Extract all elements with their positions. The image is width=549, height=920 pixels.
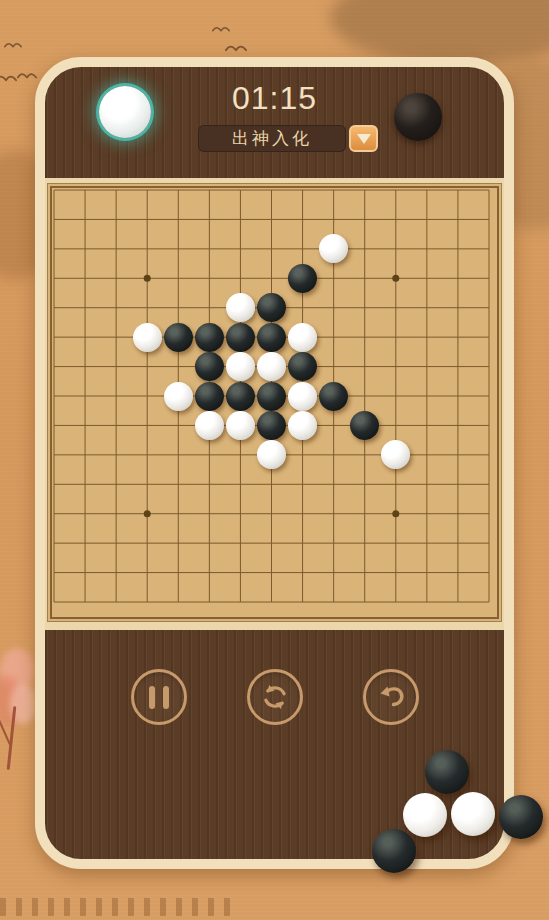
- restart-icon: [260, 682, 290, 712]
- difficulty-dropdown-value[interactable]: 出神入化: [198, 125, 346, 152]
- table-stone-white: [403, 793, 447, 837]
- undo-button[interactable]: [363, 669, 419, 725]
- board-stone-white: [257, 352, 286, 381]
- pause-icon: [149, 686, 169, 709]
- undo-icon: [375, 681, 407, 713]
- board-stone-black: [226, 382, 255, 411]
- table-stone-black: [499, 795, 543, 839]
- bird-icon: [4, 40, 22, 49]
- black-player-stone-avatar: [394, 93, 442, 141]
- pause-button[interactable]: [131, 669, 187, 725]
- grass-texture: [0, 898, 230, 916]
- board-stone-black: [288, 352, 317, 381]
- board-stone-black: [195, 382, 224, 411]
- board-stone-black: [288, 264, 317, 293]
- board-stone-white: [164, 382, 193, 411]
- board-stone-white: [133, 323, 162, 352]
- board-stone-black: [350, 411, 379, 440]
- ink-smudge: [330, 0, 549, 65]
- bird-icon: [16, 70, 38, 80]
- board-stone-black: [257, 382, 286, 411]
- bird-icon: [224, 42, 248, 53]
- board-stone-black: [195, 352, 224, 381]
- chevron-down-icon: [357, 134, 371, 144]
- board-stone-black: [257, 411, 286, 440]
- board-stone-black: [257, 323, 286, 352]
- board-stone-white: [288, 323, 317, 352]
- board-stone-black: [319, 382, 348, 411]
- board-stone-black: [164, 323, 193, 352]
- board-stone-white: [288, 411, 317, 440]
- board-stone-black: [257, 293, 286, 322]
- board-stone-black: [226, 323, 255, 352]
- board-stone-white: [226, 411, 255, 440]
- board-stone-white: [288, 382, 317, 411]
- white-player-stone-avatar: [99, 86, 151, 138]
- game-panel: 01:15 出神入化: [35, 57, 514, 869]
- board-stone-white: [195, 411, 224, 440]
- gomoku-board[interactable]: [47, 183, 502, 622]
- table-stone-white: [451, 792, 495, 836]
- dropdown-arrow-button[interactable]: [349, 125, 378, 152]
- restart-button[interactable]: [247, 669, 303, 725]
- table-stone-black: [372, 829, 416, 873]
- board-stone-black: [195, 323, 224, 352]
- board-stone-white: [226, 352, 255, 381]
- table-stone-black: [425, 750, 469, 794]
- difficulty-dropdown: 出神入化: [198, 125, 378, 152]
- board-stone-white: [226, 293, 255, 322]
- bird-icon: [212, 24, 230, 33]
- board-mat: [45, 178, 504, 630]
